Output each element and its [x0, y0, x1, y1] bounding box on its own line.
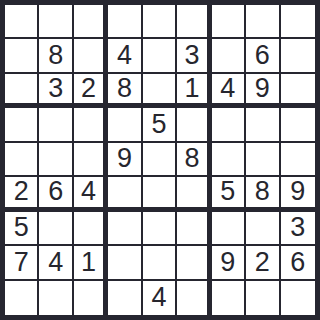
cell-r3c9[interactable] [281, 74, 315, 108]
cell-r2c8[interactable]: 6 [246, 39, 280, 73]
cell-r7c9[interactable]: 3 [281, 212, 315, 246]
cell-r3c3[interactable]: 2 [74, 74, 108, 108]
cell-r3c8[interactable]: 9 [246, 74, 280, 108]
cell-r3c4[interactable]: 8 [108, 74, 142, 108]
cell-r8c7[interactable]: 9 [212, 246, 246, 280]
cell-r3c5[interactable] [143, 74, 177, 108]
cell-r8c1[interactable]: 7 [5, 246, 39, 280]
cell-r8c2[interactable]: 4 [39, 246, 73, 280]
cell-r1c6[interactable] [177, 5, 211, 39]
cell-r3c7[interactable]: 4 [212, 74, 246, 108]
cell-r4c5[interactable]: 5 [143, 108, 177, 142]
cell-r5c9[interactable] [281, 143, 315, 177]
cell-r6c1[interactable]: 2 [5, 177, 39, 211]
cell-r3c2[interactable]: 3 [39, 74, 73, 108]
cell-r6c7[interactable]: 5 [212, 177, 246, 211]
cell-r7c6[interactable] [177, 212, 211, 246]
cell-r5c2[interactable] [39, 143, 73, 177]
cell-r3c1[interactable] [5, 74, 39, 108]
cell-r4c7[interactable] [212, 108, 246, 142]
cell-r6c2[interactable]: 6 [39, 177, 73, 211]
cell-r8c8[interactable]: 2 [246, 246, 280, 280]
cell-r4c4[interactable] [108, 108, 142, 142]
cell-r1c1[interactable] [5, 5, 39, 39]
sudoku-app: 8 4 3 6 3 2 8 1 4 9 5 9 8 2 6 [0, 0, 320, 320]
cell-r2c1[interactable] [5, 39, 39, 73]
cell-r9c1[interactable] [5, 281, 39, 315]
cell-r7c5[interactable] [143, 212, 177, 246]
cell-r2c5[interactable] [143, 39, 177, 73]
cell-r9c8[interactable] [246, 281, 280, 315]
cell-r9c3[interactable] [74, 281, 108, 315]
cell-r7c1[interactable]: 5 [5, 212, 39, 246]
cell-r5c4[interactable]: 9 [108, 143, 142, 177]
cell-r9c2[interactable] [39, 281, 73, 315]
cell-r4c3[interactable] [74, 108, 108, 142]
cell-r1c7[interactable] [212, 5, 246, 39]
cell-r2c3[interactable] [74, 39, 108, 73]
sudoku-board: 8 4 3 6 3 2 8 1 4 9 5 9 8 2 6 [0, 0, 320, 320]
cell-r2c9[interactable] [281, 39, 315, 73]
cell-r3c6[interactable]: 1 [177, 74, 211, 108]
cell-r2c4[interactable]: 4 [108, 39, 142, 73]
cell-r2c2[interactable]: 8 [39, 39, 73, 73]
cell-r1c2[interactable] [39, 5, 73, 39]
cell-r9c7[interactable] [212, 281, 246, 315]
cell-r9c5[interactable]: 4 [143, 281, 177, 315]
cell-r4c9[interactable] [281, 108, 315, 142]
cell-r5c8[interactable] [246, 143, 280, 177]
cell-r4c6[interactable] [177, 108, 211, 142]
cell-r2c7[interactable] [212, 39, 246, 73]
cell-r2c6[interactable]: 3 [177, 39, 211, 73]
cell-r7c3[interactable] [74, 212, 108, 246]
cell-r7c4[interactable] [108, 212, 142, 246]
cell-r6c8[interactable]: 8 [246, 177, 280, 211]
cell-r1c4[interactable] [108, 5, 142, 39]
cell-r9c9[interactable] [281, 281, 315, 315]
cell-r5c1[interactable] [5, 143, 39, 177]
cell-r5c5[interactable] [143, 143, 177, 177]
cell-r7c7[interactable] [212, 212, 246, 246]
cell-r4c2[interactable] [39, 108, 73, 142]
cell-r9c6[interactable] [177, 281, 211, 315]
cell-r1c8[interactable] [246, 5, 280, 39]
cell-r4c8[interactable] [246, 108, 280, 142]
cell-r8c9[interactable]: 6 [281, 246, 315, 280]
cell-r8c5[interactable] [143, 246, 177, 280]
cell-r8c4[interactable] [108, 246, 142, 280]
cell-r1c5[interactable] [143, 5, 177, 39]
cell-r1c3[interactable] [74, 5, 108, 39]
cell-r7c8[interactable] [246, 212, 280, 246]
cell-r5c6[interactable]: 8 [177, 143, 211, 177]
cell-r6c5[interactable] [143, 177, 177, 211]
cell-r6c6[interactable] [177, 177, 211, 211]
cell-r9c4[interactable] [108, 281, 142, 315]
cell-r7c2[interactable] [39, 212, 73, 246]
cell-r5c3[interactable] [74, 143, 108, 177]
cell-r6c9[interactable]: 9 [281, 177, 315, 211]
cell-r6c4[interactable] [108, 177, 142, 211]
cell-r5c7[interactable] [212, 143, 246, 177]
cell-r6c3[interactable]: 4 [74, 177, 108, 211]
cell-r1c9[interactable] [281, 5, 315, 39]
cell-r8c3[interactable]: 1 [74, 246, 108, 280]
cell-r4c1[interactable] [5, 108, 39, 142]
cell-r8c6[interactable] [177, 246, 211, 280]
